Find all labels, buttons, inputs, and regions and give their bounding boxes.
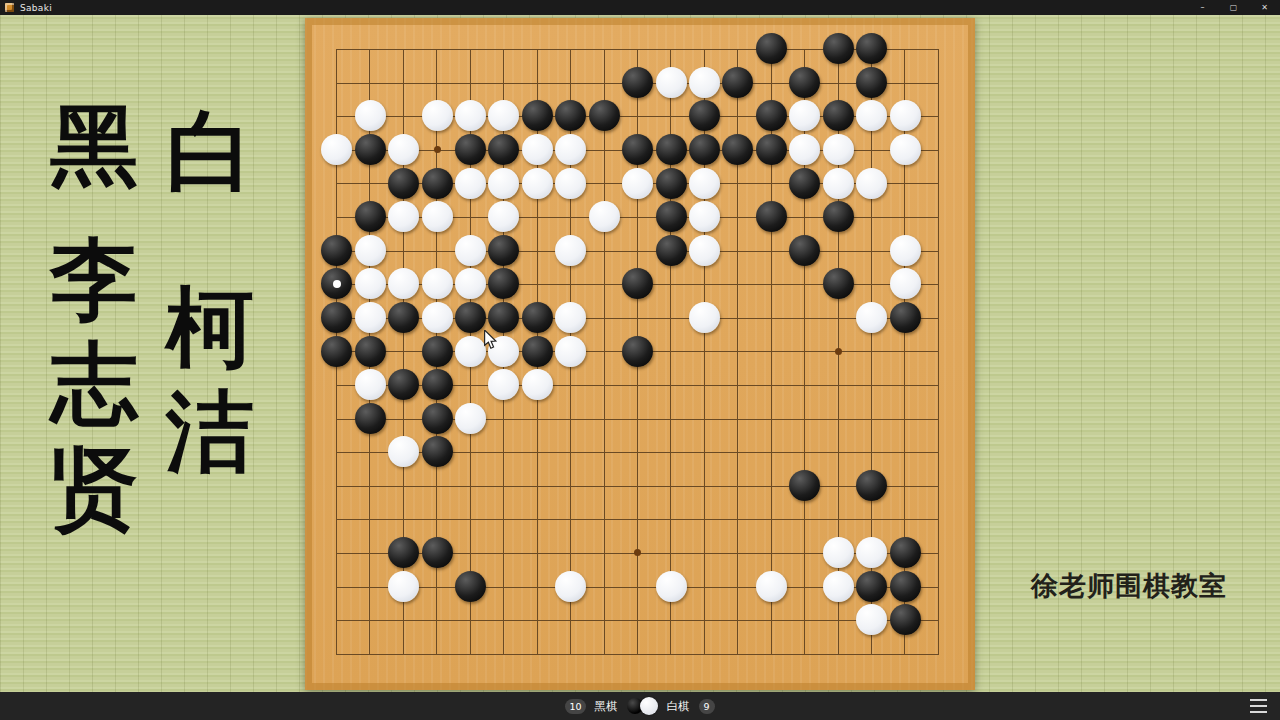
window-titlebar: Sabaki – ▢ ✕: [0, 0, 1280, 15]
stone-black[interactable]: [823, 268, 854, 299]
stone-black[interactable]: [823, 201, 854, 232]
stone-black[interactable]: [488, 268, 519, 299]
stone-white[interactable]: [422, 201, 453, 232]
stone-black[interactable]: [355, 134, 386, 165]
stone-white[interactable]: [856, 537, 887, 568]
black-player-name: 黑李志贤: [42, 94, 146, 540]
stone-white[interactable]: [388, 201, 419, 232]
stone-white[interactable]: [856, 100, 887, 131]
player-name-char: 洁: [166, 380, 254, 484]
stone-white[interactable]: [622, 168, 653, 199]
player-turn-toggle[interactable]: [627, 697, 658, 715]
stone-white[interactable]: [422, 100, 453, 131]
stone-black[interactable]: [388, 537, 419, 568]
stone-black[interactable]: [622, 67, 653, 98]
stone-black[interactable]: [823, 100, 854, 131]
stone-white[interactable]: [789, 100, 820, 131]
player-name-char: 白: [166, 100, 254, 204]
stone-black[interactable]: [622, 268, 653, 299]
player-name-char: 黑: [50, 94, 138, 198]
player-name-char: 贤: [50, 436, 138, 540]
player-name-char: 柯: [166, 276, 254, 380]
minimize-button[interactable]: –: [1187, 0, 1218, 15]
classroom-caption: 徐老师围棋教室: [1005, 568, 1253, 604]
stone-black[interactable]: [355, 201, 386, 232]
stone-black[interactable]: [422, 436, 453, 467]
stone-black[interactable]: [622, 336, 653, 367]
stone-black[interactable]: [756, 100, 787, 131]
stone-black[interactable]: [355, 336, 386, 367]
stone-black[interactable]: [388, 168, 419, 199]
stone-black[interactable]: [856, 571, 887, 602]
stone-white[interactable]: [756, 571, 787, 602]
stone-white[interactable]: [555, 336, 586, 367]
stone-white[interactable]: [890, 235, 921, 266]
stone-white[interactable]: [890, 134, 921, 165]
stone-black[interactable]: [422, 168, 453, 199]
stone-black[interactable]: [555, 100, 586, 131]
white-player-label: 白棋: [667, 699, 690, 714]
stone-black[interactable]: [722, 134, 753, 165]
star-point: [835, 348, 842, 355]
stone-black[interactable]: [890, 537, 921, 568]
stone-white[interactable]: [656, 67, 687, 98]
stone-white[interactable]: [823, 134, 854, 165]
stone-white[interactable]: [656, 571, 687, 602]
stone-black[interactable]: [823, 33, 854, 64]
stone-white[interactable]: [856, 302, 887, 333]
stone-white[interactable]: [422, 302, 453, 333]
stone-white[interactable]: [321, 134, 352, 165]
stone-black[interactable]: [589, 100, 620, 131]
stone-black[interactable]: [856, 470, 887, 501]
stone-black[interactable]: [656, 134, 687, 165]
stone-black[interactable]: [656, 168, 687, 199]
stone-black[interactable]: [890, 571, 921, 602]
stone-white[interactable]: [488, 201, 519, 232]
stone-black[interactable]: [856, 67, 887, 98]
stone-white[interactable]: [555, 134, 586, 165]
stone-white[interactable]: [555, 168, 586, 199]
status-bar: 10 黑棋 白棋 9: [0, 692, 1280, 720]
stone-white[interactable]: [355, 369, 386, 400]
stone-white[interactable]: [355, 268, 386, 299]
stone-white[interactable]: [856, 604, 887, 635]
stone-black[interactable]: [789, 168, 820, 199]
window-controls: – ▢ ✕: [1187, 0, 1280, 15]
stone-black[interactable]: [388, 302, 419, 333]
app-icon: [5, 3, 14, 12]
stone-black[interactable]: [321, 235, 352, 266]
star-point: [434, 146, 441, 153]
go-board[interactable]: [305, 18, 975, 690]
stone-white[interactable]: [455, 268, 486, 299]
stone-white[interactable]: [455, 100, 486, 131]
stone-black[interactable]: [355, 403, 386, 434]
stone-black[interactable]: [890, 302, 921, 333]
stone-white[interactable]: [455, 168, 486, 199]
stone-white[interactable]: [689, 67, 720, 98]
hamburger-menu-icon[interactable]: [1250, 699, 1267, 713]
stone-white[interactable]: [823, 571, 854, 602]
stone-black[interactable]: [455, 134, 486, 165]
stone-black[interactable]: [388, 369, 419, 400]
stone-white[interactable]: [355, 235, 386, 266]
main-area: 黑李志贤 白柯洁 徐老师围棋教室: [0, 15, 1280, 692]
close-button[interactable]: ✕: [1249, 0, 1280, 15]
stone-white[interactable]: [522, 369, 553, 400]
stone-white[interactable]: [522, 168, 553, 199]
stone-white[interactable]: [689, 302, 720, 333]
stone-black[interactable]: [488, 302, 519, 333]
stone-white[interactable]: [689, 235, 720, 266]
maximize-button[interactable]: ▢: [1218, 0, 1249, 15]
player-name-char: 李: [50, 228, 138, 332]
stone-black[interactable]: [488, 134, 519, 165]
black-player-label: 黑棋: [595, 699, 618, 714]
stone-black[interactable]: [455, 571, 486, 602]
stone-black[interactable]: [422, 369, 453, 400]
stone-black[interactable]: [321, 302, 352, 333]
player-name-char: 志: [50, 332, 138, 436]
stone-black[interactable]: [756, 201, 787, 232]
stone-black[interactable]: [689, 100, 720, 131]
star-point: [634, 549, 641, 556]
stone-white[interactable]: [388, 571, 419, 602]
stone-white[interactable]: [589, 201, 620, 232]
stone-white[interactable]: [856, 168, 887, 199]
stone-white[interactable]: [890, 268, 921, 299]
stone-black[interactable]: [756, 33, 787, 64]
stone-white[interactable]: [388, 134, 419, 165]
stone-white[interactable]: [488, 100, 519, 131]
stone-black[interactable]: [856, 33, 887, 64]
mouse-cursor-icon: [482, 330, 499, 354]
stone-white[interactable]: [823, 537, 854, 568]
white-stone-icon: [640, 697, 658, 715]
stone-black[interactable]: [321, 268, 352, 299]
black-captures-badge: 10: [565, 699, 585, 714]
white-player-name: 白柯洁: [158, 100, 262, 484]
stone-white[interactable]: [789, 134, 820, 165]
stone-white[interactable]: [890, 100, 921, 131]
stone-black[interactable]: [522, 302, 553, 333]
stone-white[interactable]: [555, 571, 586, 602]
last-move-marker: [333, 280, 341, 288]
stone-white[interactable]: [555, 235, 586, 266]
stone-white[interactable]: [422, 268, 453, 299]
stone-grid: [320, 32, 955, 670]
stone-black[interactable]: [455, 302, 486, 333]
window-title: Sabaki: [20, 3, 52, 13]
stone-white[interactable]: [689, 201, 720, 232]
stone-black[interactable]: [789, 235, 820, 266]
stone-black[interactable]: [789, 470, 820, 501]
stone-white[interactable]: [388, 268, 419, 299]
stone-black[interactable]: [656, 235, 687, 266]
stone-black[interactable]: [789, 67, 820, 98]
stone-white[interactable]: [455, 235, 486, 266]
stone-white[interactable]: [355, 302, 386, 333]
stone-white[interactable]: [455, 403, 486, 434]
stone-white[interactable]: [355, 100, 386, 131]
stone-black[interactable]: [422, 336, 453, 367]
stone-black[interactable]: [488, 235, 519, 266]
stone-white[interactable]: [689, 168, 720, 199]
stone-white[interactable]: [555, 302, 586, 333]
stone-white[interactable]: [388, 436, 419, 467]
stone-black[interactable]: [689, 134, 720, 165]
stone-black[interactable]: [522, 336, 553, 367]
stone-white[interactable]: [823, 168, 854, 199]
stone-black[interactable]: [756, 134, 787, 165]
stone-black[interactable]: [890, 604, 921, 635]
stone-white[interactable]: [522, 134, 553, 165]
stone-black[interactable]: [656, 201, 687, 232]
white-captures-badge: 9: [699, 699, 715, 714]
stone-black[interactable]: [422, 537, 453, 568]
stone-black[interactable]: [522, 100, 553, 131]
stone-black[interactable]: [321, 336, 352, 367]
stone-white[interactable]: [488, 369, 519, 400]
stone-black[interactable]: [722, 67, 753, 98]
stone-black[interactable]: [422, 403, 453, 434]
stone-white[interactable]: [488, 168, 519, 199]
